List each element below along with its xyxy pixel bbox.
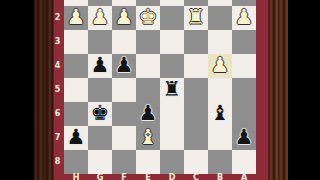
square-e5[interactable] [136,78,160,102]
square-b2[interactable] [208,6,232,30]
black-pawn-a7: ♟ [235,125,254,149]
square-h6[interactable] [64,102,88,126]
square-d7[interactable] [160,126,184,150]
square-a8[interactable] [232,150,256,174]
square-g3[interactable] [88,30,112,54]
square-a5[interactable] [232,78,256,102]
chess-board: ♟♟♟♚♜♟♟♟♟♜♚♟♝♟♝♟ [64,0,256,174]
square-f3[interactable] [112,30,136,54]
square-g4[interactable]: ♟ [88,54,112,78]
rank-label-5: 5 [52,85,63,95]
square-c3[interactable] [184,30,208,54]
square-e8[interactable] [136,150,160,174]
square-h4[interactable] [64,54,88,78]
square-d5[interactable]: ♜ [160,78,184,102]
rank-label-8: 8 [52,157,63,167]
white-pawn-g2: ♟ [91,5,110,29]
white-pawn-a2: ♟ [235,5,254,29]
square-b7[interactable] [208,126,232,150]
square-h7[interactable]: ♟ [64,126,88,150]
square-a4[interactable] [232,54,256,78]
square-f6[interactable] [112,102,136,126]
square-e7[interactable]: ♝ [136,126,160,150]
file-label-f: F [112,173,136,180]
black-pawn-h7: ♟ [67,125,86,149]
black-rook-d5: ♜ [163,77,182,101]
file-label-g: G [88,173,112,180]
square-e4[interactable] [136,54,160,78]
file-label-a: A [232,173,256,180]
square-c4[interactable] [184,54,208,78]
square-d3[interactable] [160,30,184,54]
square-a6[interactable] [232,102,256,126]
file-label-d: D [160,173,184,180]
file-label-e: E [136,173,160,180]
square-f4[interactable]: ♟ [112,54,136,78]
white-rook-c2: ♜ [187,5,206,29]
square-c2[interactable]: ♜ [184,6,208,30]
black-pawn-f4: ♟ [115,53,134,77]
rank-label-7: 7 [52,133,63,143]
black-pawn-g4: ♟ [91,53,110,77]
square-a7[interactable]: ♟ [232,126,256,150]
square-d8[interactable] [160,150,184,174]
black-pawn-e6: ♟ [139,101,158,125]
white-pawn-h2: ♟ [67,5,86,29]
white-king-e2: ♚ [139,5,158,29]
square-c6[interactable] [184,102,208,126]
square-a2[interactable]: ♟ [232,6,256,30]
square-h3[interactable] [64,30,88,54]
wood-border-right [269,0,288,180]
square-b5[interactable] [208,78,232,102]
square-e6[interactable]: ♟ [136,102,160,126]
file-label-b: B [208,173,232,180]
rank-label-6: 6 [52,109,63,119]
rank-label-2: 2 [52,13,63,23]
rank-label-3: 3 [52,37,63,47]
square-g8[interactable] [88,150,112,174]
square-g2[interactable]: ♟ [88,6,112,30]
square-c7[interactable] [184,126,208,150]
square-e2[interactable]: ♚ [136,6,160,30]
square-h2[interactable]: ♟ [64,6,88,30]
square-b4[interactable]: ♟ [208,54,232,78]
square-f7[interactable] [112,126,136,150]
square-g5[interactable] [88,78,112,102]
black-king-g6: ♚ [91,101,110,125]
square-g7[interactable] [88,126,112,150]
square-f5[interactable] [112,78,136,102]
square-c5[interactable] [184,78,208,102]
square-d4[interactable] [160,54,184,78]
white-pawn-f2: ♟ [115,5,134,29]
white-pawn-b4: ♟ [211,53,230,77]
square-h8[interactable] [64,150,88,174]
square-e3[interactable] [136,30,160,54]
square-d2[interactable] [160,6,184,30]
square-f8[interactable] [112,150,136,174]
black-bishop-b6: ♝ [211,101,230,125]
square-a3[interactable] [232,30,256,54]
file-label-c: C [184,173,208,180]
square-b6[interactable]: ♝ [208,102,232,126]
wood-border-left [34,0,53,180]
square-d6[interactable] [160,102,184,126]
square-h5[interactable] [64,78,88,102]
square-b3[interactable] [208,30,232,54]
square-g6[interactable]: ♚ [88,102,112,126]
square-c8[interactable] [184,150,208,174]
square-f2[interactable]: ♟ [112,6,136,30]
file-label-h: H [64,173,88,180]
rank-label-4: 4 [52,61,63,71]
square-b8[interactable] [208,150,232,174]
white-bishop-e7: ♝ [139,125,158,149]
